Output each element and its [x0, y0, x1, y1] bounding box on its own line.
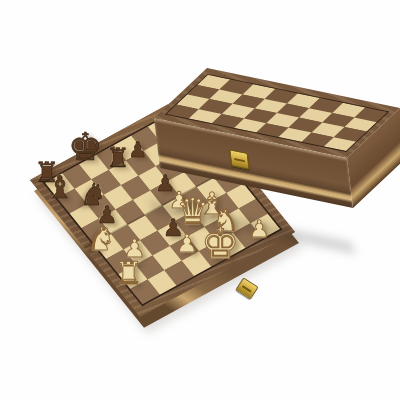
- chess-set-photo: ♜♝♞♚♜♟♟♟♟♟♛♝♞♚♟♟♞♟♜: [0, 0, 400, 400]
- piece-dark-king-a3[interactable]: ♚: [68, 128, 103, 167]
- piece-dark-rook-b4[interactable]: ♜: [106, 145, 130, 172]
- piece-light-pawn-h7[interactable]: ♟: [248, 218, 269, 242]
- brass-clasp-icon: [229, 149, 249, 170]
- piece-light-king-h5[interactable]: ♚: [201, 223, 239, 266]
- piece-light-pawn-g4[interactable]: ♟: [176, 232, 198, 257]
- piece-dark-pawn-b5[interactable]: ♟: [128, 139, 147, 161]
- piece-light-rook-g1[interactable]: ♜: [115, 258, 143, 289]
- piece-dark-bishop-b1[interactable]: ♝: [46, 173, 74, 204]
- piece-light-knight-e1[interactable]: ♞: [87, 223, 116, 255]
